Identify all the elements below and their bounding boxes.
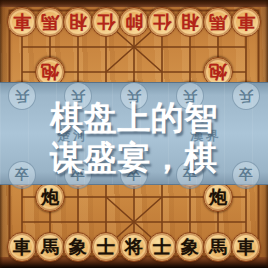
headline-banner: 兵兵兵兵兵卒卒卒卒卒 楚河 漢界 棋盘上的智 谋盛宴，棋 xyxy=(0,82,268,185)
piece-red-馬[interactable]: 馬 xyxy=(35,7,65,37)
piece-red-馬[interactable]: 馬 xyxy=(203,7,233,37)
piece-black-象[interactable]: 象 xyxy=(63,232,93,262)
piece-black-士[interactable]: 士 xyxy=(91,232,121,262)
headline-text: 棋盘上的智 谋盛宴，棋 xyxy=(0,98,268,178)
piece-black-炮[interactable]: 炮 xyxy=(203,182,233,212)
piece-red-仕[interactable]: 仕 xyxy=(147,7,177,37)
piece-red-車[interactable]: 車 xyxy=(231,7,261,37)
headline-line-2: 谋盛宴，棋 xyxy=(0,138,268,178)
piece-black-士[interactable]: 士 xyxy=(147,232,177,262)
piece-black-炮[interactable]: 炮 xyxy=(35,182,65,212)
piece-black-車[interactable]: 車 xyxy=(231,232,261,262)
piece-black-車[interactable]: 車 xyxy=(7,232,37,262)
xiangqi-screenshot: 車馬相仕帥仕相馬車炮炮兵兵兵兵兵卒卒卒卒卒炮炮車馬象士将士象馬車 兵兵兵兵兵卒卒… xyxy=(0,0,268,268)
piece-red-帥[interactable]: 帥 xyxy=(119,7,149,37)
piece-black-馬[interactable]: 馬 xyxy=(35,232,65,262)
piece-red-車[interactable]: 車 xyxy=(7,7,37,37)
piece-red-仕[interactable]: 仕 xyxy=(91,7,121,37)
piece-black-象[interactable]: 象 xyxy=(175,232,205,262)
piece-black-馬[interactable]: 馬 xyxy=(203,232,233,262)
headline-line-1: 棋盘上的智 xyxy=(0,98,268,138)
piece-red-相[interactable]: 相 xyxy=(63,7,93,37)
piece-red-相[interactable]: 相 xyxy=(175,7,205,37)
piece-black-将[interactable]: 将 xyxy=(119,232,149,262)
